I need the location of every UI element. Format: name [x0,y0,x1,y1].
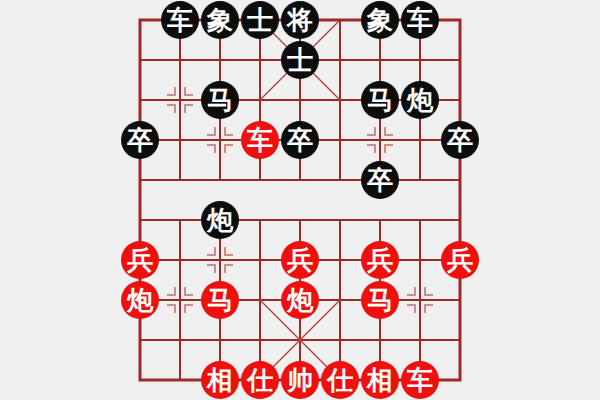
piece-red-pawn[interactable]: 兵 [441,241,479,279]
piece-black-rook[interactable]: 车 [161,1,199,39]
piece-red-horse[interactable]: 马 [201,281,239,319]
piece-red-pawn[interactable]: 兵 [121,241,159,279]
piece-red-pawn[interactable]: 兵 [361,241,399,279]
piece-black-rook[interactable]: 车 [401,1,439,39]
piece-black-general[interactable]: 将 [281,1,319,39]
piece-red-advisor[interactable]: 仕 [321,361,359,399]
piece-black-advisor[interactable]: 士 [281,41,319,79]
piece-red-rook[interactable]: 车 [401,361,439,399]
piece-red-general[interactable]: 帅 [281,361,319,399]
pieces-layer: 车象士将象车士马马炮卒车卒卒卒炮兵兵兵兵炮马炮马相仕帅仕相车 [120,0,480,400]
piece-red-rook[interactable]: 车 [241,121,279,159]
piece-black-elephant[interactable]: 象 [201,1,239,39]
piece-black-horse[interactable]: 马 [201,81,239,119]
piece-black-pawn[interactable]: 卒 [361,161,399,199]
piece-black-cannon[interactable]: 炮 [401,81,439,119]
piece-red-advisor[interactable]: 仕 [241,361,279,399]
piece-black-cannon[interactable]: 炮 [201,201,239,239]
piece-black-pawn[interactable]: 卒 [441,121,479,159]
piece-red-elephant[interactable]: 相 [201,361,239,399]
piece-black-advisor[interactable]: 士 [241,1,279,39]
piece-red-cannon[interactable]: 炮 [121,281,159,319]
piece-black-pawn[interactable]: 卒 [281,121,319,159]
xiangqi-board: 车象士将象车士马马炮卒车卒卒卒炮兵兵兵兵炮马炮马相仕帅仕相车 [0,0,600,400]
piece-black-pawn[interactable]: 卒 [121,121,159,159]
piece-red-horse[interactable]: 马 [361,281,399,319]
piece-red-pawn[interactable]: 兵 [281,241,319,279]
piece-black-horse[interactable]: 马 [361,81,399,119]
piece-red-elephant[interactable]: 相 [361,361,399,399]
piece-black-elephant[interactable]: 象 [361,1,399,39]
piece-red-cannon[interactable]: 炮 [281,281,319,319]
